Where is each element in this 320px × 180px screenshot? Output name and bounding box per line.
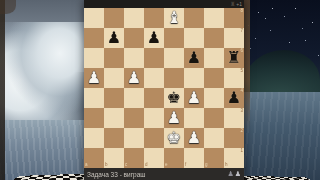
crashing-wave (0, 22, 92, 134)
file-label-d: d (145, 163, 148, 168)
white-pawn[interactable]: ♟ (84, 68, 104, 88)
square-e4[interactable]: ♚ (164, 88, 184, 108)
square-f7[interactable] (184, 28, 204, 48)
square-f4[interactable]: ♟ (184, 88, 204, 108)
square-a8[interactable] (84, 8, 104, 28)
black-pawn[interactable]: ♟ (184, 48, 204, 68)
square-a2[interactable] (84, 128, 104, 148)
black-pawn[interactable]: ♟ (224, 88, 244, 108)
square-a3[interactable] (84, 108, 104, 128)
white-pawn[interactable]: ♟ (184, 88, 204, 108)
square-h4[interactable]: 4♟ (224, 88, 244, 108)
square-c1[interactable]: c (124, 148, 144, 168)
square-e2[interactable]: ♚ (164, 128, 184, 148)
players-indicator[interactable]: ♟ ♟ (227, 171, 241, 178)
square-h6[interactable]: 6♜ (224, 48, 244, 68)
square-a4[interactable] (84, 88, 104, 108)
black-pawn[interactable]: ♟ (104, 28, 124, 48)
file-label-f: f (185, 163, 186, 168)
chess-app-window: ♜ +1 ♝8♟♟7♟6♜♟♟5♚♟4♟♟3♚♟2abcdefg1h Задач… (84, 0, 244, 180)
rank-label-5: 5 (240, 69, 243, 74)
black-king[interactable]: ♚ (164, 88, 184, 108)
square-b5[interactable] (104, 68, 124, 88)
square-d2[interactable] (144, 128, 164, 148)
square-c7[interactable] (124, 28, 144, 48)
square-h7[interactable]: 7 (224, 28, 244, 48)
square-g8[interactable] (204, 8, 224, 28)
square-e7[interactable] (164, 28, 184, 48)
square-f6[interactable]: ♟ (184, 48, 204, 68)
square-c3[interactable] (124, 108, 144, 128)
board-bottom-bar: Задача 33 - виграш ♟ ♟ (84, 168, 244, 180)
square-a6[interactable] (84, 48, 104, 68)
puzzle-title: Задача 33 - виграш (87, 171, 225, 178)
white-king[interactable]: ♚ (164, 128, 184, 148)
square-h3[interactable]: 3 (224, 108, 244, 128)
chess-board[interactable]: ♝8♟♟7♟6♜♟♟5♚♟4♟♟3♚♟2abcdefg1h (84, 8, 244, 168)
square-d8[interactable] (144, 8, 164, 28)
file-label-h: h (225, 163, 228, 168)
square-b3[interactable] (104, 108, 124, 128)
square-d6[interactable] (144, 48, 164, 68)
square-g4[interactable] (204, 88, 224, 108)
rank-label-1: 1 (240, 149, 243, 154)
square-g1[interactable]: g (204, 148, 224, 168)
square-f8[interactable] (184, 8, 204, 28)
square-h1[interactable]: 1h (224, 148, 244, 168)
square-e6[interactable] (164, 48, 184, 68)
square-h8[interactable]: 8 (224, 8, 244, 28)
file-label-b: b (105, 163, 108, 168)
square-e5[interactable] (164, 68, 184, 88)
white-pawn[interactable]: ♟ (124, 68, 144, 88)
left-frame-edge (0, 0, 5, 180)
square-b6[interactable] (104, 48, 124, 68)
rank-label-3: 3 (240, 109, 243, 114)
square-d1[interactable]: d (144, 148, 164, 168)
square-g2[interactable] (204, 128, 224, 148)
rank-label-7: 7 (240, 29, 243, 34)
square-b7[interactable]: ♟ (104, 28, 124, 48)
square-a7[interactable] (84, 28, 104, 48)
square-c8[interactable] (124, 8, 144, 28)
player-pawn-icon-dark: ♟ (227, 171, 233, 178)
square-f1[interactable]: f (184, 148, 204, 168)
material-count: +1 (236, 2, 242, 7)
file-label-e: e (165, 163, 168, 168)
white-bishop[interactable]: ♝ (164, 8, 184, 28)
square-e1[interactable]: e (164, 148, 184, 168)
square-f2[interactable]: ♟ (184, 128, 204, 148)
square-d4[interactable] (144, 88, 164, 108)
square-e8[interactable]: ♝ (164, 8, 184, 28)
square-d3[interactable] (144, 108, 164, 128)
white-pawn[interactable]: ♟ (164, 108, 184, 128)
square-c5[interactable]: ♟ (124, 68, 144, 88)
checker-pattern (236, 175, 320, 180)
file-label-c: c (125, 163, 127, 168)
square-g3[interactable] (204, 108, 224, 128)
black-pawn[interactable]: ♟ (144, 28, 164, 48)
square-a1[interactable]: a (84, 148, 104, 168)
file-label-g: g (205, 163, 208, 168)
player-pawn-icon-light: ♟ (235, 171, 241, 178)
square-d7[interactable]: ♟ (144, 28, 164, 48)
board-right-edge-shadow (244, 0, 250, 132)
square-f3[interactable] (184, 108, 204, 128)
rank-label-8: 8 (240, 9, 243, 14)
square-b2[interactable] (104, 128, 124, 148)
square-h5[interactable]: 5 (224, 68, 244, 88)
square-a5[interactable]: ♟ (84, 68, 104, 88)
white-pawn[interactable]: ♟ (184, 128, 204, 148)
square-b4[interactable] (104, 88, 124, 108)
rank-label-2: 2 (240, 129, 243, 134)
square-e3[interactable]: ♟ (164, 108, 184, 128)
square-b1[interactable]: b (104, 148, 124, 168)
captured-rook-icon: ♜ (230, 1, 235, 7)
square-h2[interactable]: 2 (224, 128, 244, 148)
square-g5[interactable] (204, 68, 224, 88)
file-label-a: a (85, 163, 88, 168)
square-b8[interactable] (104, 8, 124, 28)
square-c6[interactable] (124, 48, 144, 68)
board-top-bar: ♜ +1 (84, 0, 244, 8)
scene: ♜ +1 ♝8♟♟7♟6♜♟♟5♚♟4♟♟3♚♟2abcdefg1h Задач… (0, 0, 320, 180)
black-rook[interactable]: ♜ (224, 48, 244, 68)
square-c2[interactable] (124, 128, 144, 148)
square-g6[interactable] (204, 48, 224, 68)
square-d5[interactable] (144, 68, 164, 88)
square-c4[interactable] (124, 88, 144, 108)
square-f5[interactable] (184, 68, 204, 88)
checkerboard-floor-right (236, 150, 320, 180)
square-g7[interactable] (204, 28, 224, 48)
